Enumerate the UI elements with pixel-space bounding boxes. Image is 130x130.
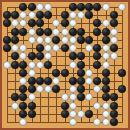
white-stone [102,110,110,118]
black-stone [28,52,36,60]
black-stone [77,3,85,11]
black-stone [19,102,27,110]
black-stone [28,85,36,93]
white-stone [110,36,118,44]
black-stone [61,44,69,52]
black-stone [11,61,19,69]
white-stone [28,11,36,19]
black-stone [11,28,19,36]
black-stone [3,44,11,52]
white-stone [28,69,36,77]
white-stone [28,93,36,101]
white-stone [44,3,52,11]
black-stone [102,93,110,101]
black-stone [52,85,60,93]
white-stone [69,36,77,44]
black-stone [77,69,85,77]
white-stone [36,36,44,44]
black-stone [28,110,36,118]
black-stone [28,19,36,27]
white-stone [93,118,101,126]
white-stone [19,52,27,60]
black-stone [19,85,27,93]
black-stone [52,69,60,77]
black-stone [77,28,85,36]
white-stone [110,52,118,60]
black-stone [118,69,126,77]
black-stone [44,28,52,36]
black-stone [93,28,101,36]
black-stone [93,77,101,85]
white-stone [11,102,19,110]
black-stone [118,85,126,93]
black-stone [110,93,118,101]
black-stone [11,36,19,44]
black-stone [93,3,101,11]
grid-line-vertical [122,7,123,123]
white-stone [69,118,77,126]
black-stone [85,110,93,118]
white-stone [52,28,60,36]
black-stone [110,19,118,27]
black-stone [102,77,110,85]
white-stone [28,36,36,44]
black-stone [85,3,93,11]
white-stone [77,11,85,19]
white-stone [69,11,77,19]
white-stone [44,52,52,60]
black-stone [44,61,52,69]
black-stone [110,11,118,19]
black-stone [77,93,85,101]
black-stone [19,69,27,77]
white-stone [93,102,101,110]
black-stone [102,28,110,36]
black-stone [77,61,85,69]
black-stone [85,11,93,19]
black-stone [11,11,19,19]
black-stone [69,77,77,85]
white-stone [61,36,69,44]
black-stone [11,93,19,101]
black-stone [102,69,110,77]
white-stone [44,85,52,93]
black-stone [69,3,77,11]
black-stone [44,11,52,19]
black-stone [77,77,85,85]
black-stone [85,36,93,44]
white-stone [52,77,60,85]
black-stone [3,19,11,27]
white-stone [44,44,52,52]
white-stone [11,44,19,52]
black-stone [110,102,118,110]
black-stone [110,44,118,52]
white-stone [28,28,36,36]
white-stone [118,3,126,11]
black-stone [19,28,27,36]
white-stone [102,19,110,27]
white-stone [93,85,101,93]
white-stone [19,44,27,52]
go-game-screenshot [0,0,130,130]
white-stone [52,44,60,52]
black-stone [36,44,44,52]
white-stone [69,61,77,69]
white-stone [44,36,52,44]
white-stone [69,93,77,101]
white-stone [19,118,27,126]
white-stone [19,11,27,19]
white-stone [85,93,93,101]
white-stone [19,19,27,27]
white-stone [61,93,69,101]
black-stone [19,93,27,101]
black-stone [3,36,11,44]
black-stone [11,52,19,60]
black-stone [28,3,36,11]
white-stone [85,69,93,77]
black-stone [61,69,69,77]
black-stone [110,118,118,126]
black-stone [61,11,69,19]
white-stone [102,52,110,60]
black-stone [36,28,44,36]
white-stone [36,3,44,11]
white-stone [110,28,118,36]
black-stone [36,19,44,27]
black-stone [36,77,44,85]
white-stone [77,110,85,118]
white-stone [69,102,77,110]
black-stone [44,77,52,85]
white-stone [61,28,69,36]
black-stone [61,19,69,27]
white-stone [52,19,60,27]
black-stone [28,77,36,85]
go-board[interactable] [0,0,130,130]
black-stone [77,85,85,93]
black-stone [69,52,77,60]
black-stone [93,61,101,69]
black-stone [19,3,27,11]
black-stone [28,102,36,110]
black-stone [110,110,118,118]
white-stone [3,61,11,69]
black-stone [36,52,44,60]
white-stone [69,44,77,52]
white-stone [102,102,110,110]
black-stone [93,44,101,52]
white-stone [85,44,93,52]
black-stone [77,36,85,44]
white-stone [102,44,110,52]
black-stone [61,110,69,118]
white-stone [69,85,77,93]
white-stone [36,85,44,93]
black-stone [19,110,27,118]
white-stone [85,77,93,85]
white-stone [19,77,27,85]
black-stone [19,61,27,69]
white-stone [102,3,110,11]
black-stone [52,36,60,44]
black-stone [93,19,101,27]
white-stone [102,61,110,69]
black-stone [93,52,101,60]
white-stone [28,61,36,69]
white-stone [36,61,44,69]
black-stone [3,11,11,19]
black-stone [69,28,77,36]
black-stone [102,36,110,44]
white-stone [69,110,77,118]
white-stone [69,19,77,27]
black-stone [77,52,85,60]
white-stone [102,118,110,126]
black-stone [102,85,110,93]
black-stone [61,102,69,110]
black-stone [36,11,44,19]
white-stone [11,19,19,27]
